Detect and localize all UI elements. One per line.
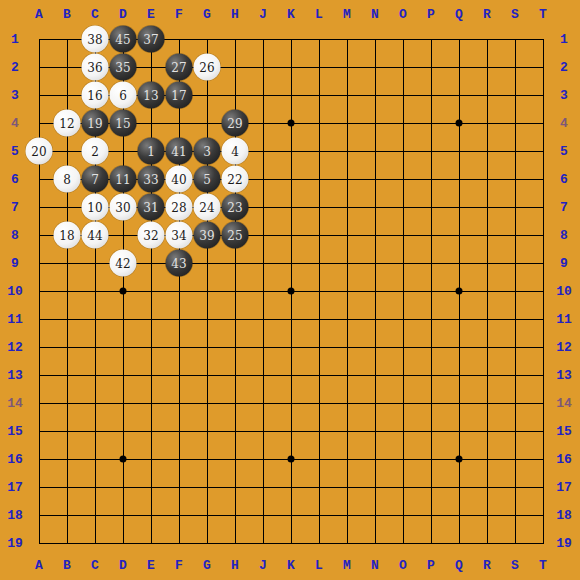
coord-row-left-10: 10 (7, 285, 23, 298)
coord-col-top-B: B (63, 8, 71, 21)
stone-white-22[interactable]: 22 (222, 166, 249, 193)
stone-white-30[interactable]: 30 (110, 194, 137, 221)
coord-row-left-11: 11 (7, 313, 23, 326)
stone-white-36[interactable]: 36 (82, 54, 109, 81)
coord-row-right-6: 6 (560, 173, 568, 186)
stone-white-40[interactable]: 40 (166, 166, 193, 193)
stone-white-2[interactable]: 2 (82, 138, 109, 165)
stone-black-29[interactable]: 29 (222, 110, 249, 137)
coord-row-right-7: 7 (560, 201, 568, 214)
stone-white-10[interactable]: 10 (82, 194, 109, 221)
coord-col-top-S: S (511, 8, 519, 21)
coord-col-bottom-E: E (147, 559, 155, 572)
stone-black-15[interactable]: 15 (110, 110, 137, 137)
coord-row-right-3: 3 (560, 89, 568, 102)
coord-col-bottom-R: R (483, 559, 491, 572)
stone-white-44[interactable]: 44 (82, 222, 109, 249)
coord-row-right-1: 1 (560, 33, 568, 46)
coord-row-left-14: 14 (7, 397, 23, 410)
stone-black-11[interactable]: 11 (110, 166, 137, 193)
coord-col-top-F: F (175, 8, 183, 21)
stone-white-8[interactable]: 8 (54, 166, 81, 193)
coord-row-right-18: 18 (556, 509, 572, 522)
stone-white-6[interactable]: 6 (110, 82, 137, 109)
stone-white-24[interactable]: 24 (194, 194, 221, 221)
coord-col-top-E: E (147, 8, 155, 21)
coord-col-top-M: M (343, 8, 351, 21)
star-point-D10 (120, 288, 127, 295)
coord-col-bottom-J: J (259, 559, 267, 572)
coord-row-left-6: 6 (11, 173, 19, 186)
coord-row-left-2: 2 (11, 61, 19, 74)
stone-black-27[interactable]: 27 (166, 54, 193, 81)
coord-col-bottom-L: L (315, 559, 323, 572)
coord-col-top-N: N (371, 8, 379, 21)
coord-col-bottom-K: K (287, 559, 295, 572)
coord-col-bottom-B: B (63, 559, 71, 572)
coord-col-top-C: C (91, 8, 99, 21)
stone-white-18[interactable]: 18 (54, 222, 81, 249)
coord-row-right-5: 5 (560, 145, 568, 158)
stone-white-42[interactable]: 42 (110, 250, 137, 277)
coord-row-left-12: 12 (7, 341, 23, 354)
coord-row-right-14: 14 (556, 397, 572, 410)
stone-white-28[interactable]: 28 (166, 194, 193, 221)
coord-col-top-L: L (315, 8, 323, 21)
coord-row-right-8: 8 (560, 229, 568, 242)
coord-col-top-H: H (231, 8, 239, 21)
stone-white-38[interactable]: 38 (82, 26, 109, 53)
coord-col-bottom-T: T (539, 559, 547, 572)
coord-row-right-10: 10 (556, 285, 572, 298)
star-point-K4 (288, 120, 295, 127)
coord-col-top-O: O (399, 8, 407, 21)
coord-row-left-16: 16 (7, 453, 23, 466)
coord-col-bottom-O: O (399, 559, 407, 572)
coord-row-right-12: 12 (556, 341, 572, 354)
coord-col-bottom-A: A (35, 559, 43, 572)
stone-black-39[interactable]: 39 (194, 222, 221, 249)
star-point-D16 (120, 456, 127, 463)
stone-white-26[interactable]: 26 (194, 54, 221, 81)
coord-row-left-17: 17 (7, 481, 23, 494)
stone-white-32[interactable]: 32 (138, 222, 165, 249)
coord-row-right-2: 2 (560, 61, 568, 74)
coord-col-top-D: D (119, 8, 127, 21)
coord-col-top-J: J (259, 8, 267, 21)
coord-col-bottom-C: C (91, 559, 99, 572)
coord-row-right-11: 11 (556, 313, 572, 326)
stone-black-7[interactable]: 7 (82, 166, 109, 193)
coord-row-left-3: 3 (11, 89, 19, 102)
coord-col-bottom-H: H (231, 559, 239, 572)
coord-row-right-15: 15 (556, 425, 572, 438)
stone-black-45[interactable]: 45 (110, 26, 137, 53)
stone-black-3[interactable]: 3 (194, 138, 221, 165)
stone-black-43[interactable]: 43 (166, 250, 193, 277)
star-point-Q10 (456, 288, 463, 295)
coord-row-right-17: 17 (556, 481, 572, 494)
stone-white-4[interactable]: 4 (222, 138, 249, 165)
coord-row-left-1: 1 (11, 33, 19, 46)
stone-white-20[interactable]: 20 (26, 138, 53, 165)
stone-white-16[interactable]: 16 (82, 82, 109, 109)
star-point-Q4 (456, 120, 463, 127)
coord-col-top-T: T (539, 8, 547, 21)
stone-black-17[interactable]: 17 (166, 82, 193, 109)
coord-col-top-P: P (427, 8, 435, 21)
stone-black-5[interactable]: 5 (194, 166, 221, 193)
coord-row-left-15: 15 (7, 425, 23, 438)
stone-black-1[interactable]: 1 (138, 138, 165, 165)
star-point-K16 (288, 456, 295, 463)
coord-col-top-A: A (35, 8, 43, 21)
coord-col-top-Q: Q (455, 8, 463, 21)
coord-row-left-13: 13 (7, 369, 23, 382)
stone-black-33[interactable]: 33 (138, 166, 165, 193)
star-point-Q16 (456, 456, 463, 463)
coord-col-top-G: G (203, 8, 211, 21)
coord-row-right-4: 4 (560, 117, 568, 130)
stone-black-41[interactable]: 41 (166, 138, 193, 165)
coord-col-bottom-P: P (427, 559, 435, 572)
stone-black-25[interactable]: 25 (222, 222, 249, 249)
coord-col-bottom-M: M (343, 559, 351, 572)
coord-row-left-19: 19 (7, 537, 23, 550)
stone-white-34[interactable]: 34 (166, 222, 193, 249)
coord-row-right-9: 9 (560, 257, 568, 270)
coord-row-left-18: 18 (7, 509, 23, 522)
stone-black-35[interactable]: 35 (110, 54, 137, 81)
coord-row-left-9: 9 (11, 257, 19, 270)
coord-row-right-13: 13 (556, 369, 572, 382)
stone-black-31[interactable]: 31 (138, 194, 165, 221)
coord-row-left-7: 7 (11, 201, 19, 214)
stone-white-12[interactable]: 12 (54, 110, 81, 137)
stone-black-13[interactable]: 13 (138, 82, 165, 109)
coord-col-bottom-N: N (371, 559, 379, 572)
coord-row-left-8: 8 (11, 229, 19, 242)
coord-col-top-R: R (483, 8, 491, 21)
coord-col-bottom-F: F (175, 559, 183, 572)
coord-col-top-K: K (287, 8, 295, 21)
coord-col-bottom-G: G (203, 559, 211, 572)
stone-black-23[interactable]: 23 (222, 194, 249, 221)
coord-row-right-19: 19 (556, 537, 572, 550)
star-point-K10 (288, 288, 295, 295)
coord-col-bottom-S: S (511, 559, 519, 572)
stone-black-37[interactable]: 37 (138, 26, 165, 53)
coord-row-left-4: 4 (11, 117, 19, 130)
coord-row-right-16: 16 (556, 453, 572, 466)
stone-black-19[interactable]: 19 (82, 110, 109, 137)
coord-col-bottom-Q: Q (455, 559, 463, 572)
go-board[interactable]: AABBCCDDEEFFGGHHJJKKLLMMNNOOPPQQRRSSTT11… (0, 0, 580, 580)
coord-row-left-5: 5 (11, 145, 19, 158)
coord-col-bottom-D: D (119, 559, 127, 572)
